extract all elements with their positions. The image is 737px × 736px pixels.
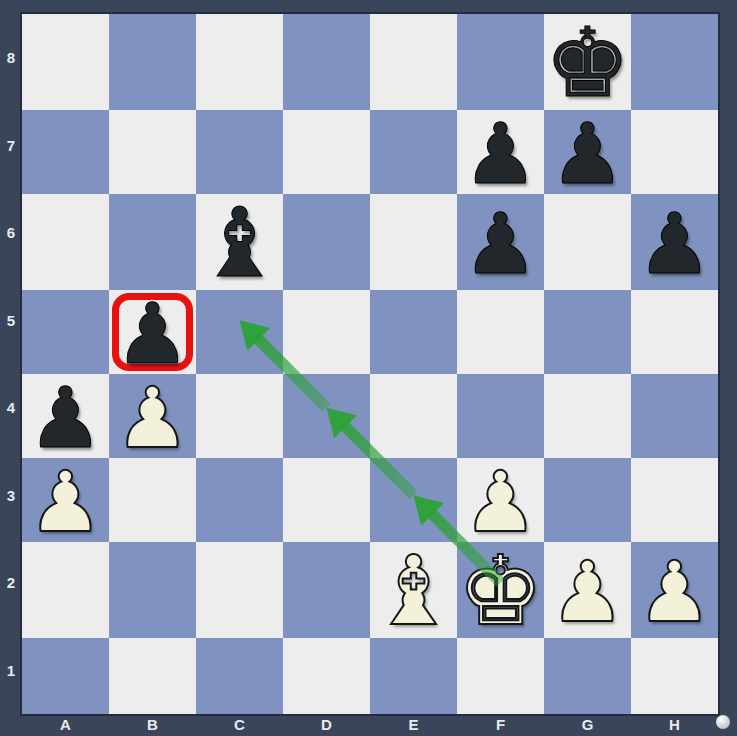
piece-white-bishop[interactable]: ♝ [370, 543, 456, 639]
piece-white-pawn[interactable]: ♟ [550, 550, 625, 634]
square-a2[interactable] [22, 542, 109, 638]
square-f5[interactable] [457, 290, 544, 374]
square-e7[interactable] [370, 110, 457, 194]
square-d1[interactable] [283, 638, 370, 714]
square-g5[interactable] [544, 290, 631, 374]
square-f3[interactable]: ♟ [457, 458, 544, 542]
square-h4[interactable] [631, 374, 718, 458]
piece-white-pawn[interactable]: ♟ [115, 376, 190, 460]
rank-labels: 87654321 [0, 14, 22, 714]
square-b8[interactable] [109, 14, 196, 110]
rank-label-5: 5 [0, 277, 22, 365]
file-label-b: B [109, 712, 196, 736]
piece-white-king[interactable]: ♚ [457, 543, 543, 639]
square-d3[interactable] [283, 458, 370, 542]
square-b5[interactable]: ♟ [109, 290, 196, 374]
square-d8[interactable] [283, 14, 370, 110]
rank-label-7: 7 [0, 102, 22, 190]
file-label-h: H [631, 712, 718, 736]
square-c7[interactable] [196, 110, 283, 194]
square-h6[interactable]: ♟ [631, 194, 718, 290]
square-f6[interactable]: ♟ [457, 194, 544, 290]
piece-white-pawn[interactable]: ♟ [463, 460, 538, 544]
square-g7[interactable]: ♟ [544, 110, 631, 194]
square-g8[interactable]: ♚ [544, 14, 631, 110]
file-labels: ABCDEFGH [22, 712, 718, 736]
rank-label-6: 6 [0, 189, 22, 277]
square-c6[interactable]: ♝ [196, 194, 283, 290]
square-c4[interactable] [196, 374, 283, 458]
square-e6[interactable] [370, 194, 457, 290]
square-h3[interactable] [631, 458, 718, 542]
square-c5[interactable] [196, 290, 283, 374]
square-g3[interactable] [544, 458, 631, 542]
square-e1[interactable] [370, 638, 457, 714]
square-a4[interactable]: ♟ [22, 374, 109, 458]
square-e2[interactable]: ♝ [370, 542, 457, 638]
square-b7[interactable] [109, 110, 196, 194]
square-d4[interactable] [283, 374, 370, 458]
rank-label-3: 3 [0, 452, 22, 540]
square-b4[interactable]: ♟ [109, 374, 196, 458]
rank-label-1: 1 [0, 627, 22, 715]
rank-label-2: 2 [0, 539, 22, 627]
square-f2[interactable]: ♚ [457, 542, 544, 638]
square-g2[interactable]: ♟ [544, 542, 631, 638]
square-h7[interactable] [631, 110, 718, 194]
square-d7[interactable] [283, 110, 370, 194]
piece-black-pawn[interactable]: ♟ [463, 112, 538, 196]
file-label-a: A [22, 712, 109, 736]
square-d6[interactable] [283, 194, 370, 290]
piece-black-pawn[interactable]: ♟ [637, 202, 712, 286]
square-a8[interactable] [22, 14, 109, 110]
piece-black-pawn[interactable]: ♟ [115, 292, 190, 376]
square-a1[interactable] [22, 638, 109, 714]
square-e8[interactable] [370, 14, 457, 110]
square-e5[interactable] [370, 290, 457, 374]
square-g1[interactable] [544, 638, 631, 714]
square-c2[interactable] [196, 542, 283, 638]
board: ♚♟♟♝♟♟♟♟♟♟♟♝♚♟♟ [22, 14, 718, 714]
square-d5[interactable] [283, 290, 370, 374]
square-b6[interactable] [109, 194, 196, 290]
square-e3[interactable] [370, 458, 457, 542]
square-e4[interactable] [370, 374, 457, 458]
square-c1[interactable] [196, 638, 283, 714]
file-label-c: C [196, 712, 283, 736]
piece-black-bishop[interactable]: ♝ [196, 195, 282, 291]
square-d2[interactable] [283, 542, 370, 638]
piece-white-pawn[interactable]: ♟ [28, 460, 103, 544]
square-f8[interactable] [457, 14, 544, 110]
square-c8[interactable] [196, 14, 283, 110]
square-a7[interactable] [22, 110, 109, 194]
board-frame: ♚♟♟♝♟♟♟♟♟♟♟♝♚♟♟ 87654321 ABCDEFGH [0, 0, 737, 736]
rank-label-4: 4 [0, 364, 22, 452]
piece-black-pawn[interactable]: ♟ [28, 376, 103, 460]
square-f4[interactable] [457, 374, 544, 458]
piece-black-pawn[interactable]: ♟ [463, 202, 538, 286]
square-f1[interactable] [457, 638, 544, 714]
square-g4[interactable] [544, 374, 631, 458]
square-a5[interactable] [22, 290, 109, 374]
square-h5[interactable] [631, 290, 718, 374]
square-h1[interactable] [631, 638, 718, 714]
square-b3[interactable] [109, 458, 196, 542]
square-h8[interactable] [631, 14, 718, 110]
square-f7[interactable]: ♟ [457, 110, 544, 194]
square-c3[interactable] [196, 458, 283, 542]
square-a6[interactable] [22, 194, 109, 290]
square-h2[interactable]: ♟ [631, 542, 718, 638]
square-b1[interactable] [109, 638, 196, 714]
file-label-d: D [283, 712, 370, 736]
square-g6[interactable] [544, 194, 631, 290]
square-b2[interactable] [109, 542, 196, 638]
corner-sphere-icon [716, 715, 730, 729]
piece-black-pawn[interactable]: ♟ [550, 112, 625, 196]
file-label-e: E [370, 712, 457, 736]
rank-label-8: 8 [0, 14, 22, 102]
file-label-g: G [544, 712, 631, 736]
file-label-f: F [457, 712, 544, 736]
square-a3[interactable]: ♟ [22, 458, 109, 542]
piece-black-king[interactable]: ♚ [544, 15, 630, 111]
piece-white-pawn[interactable]: ♟ [637, 550, 712, 634]
